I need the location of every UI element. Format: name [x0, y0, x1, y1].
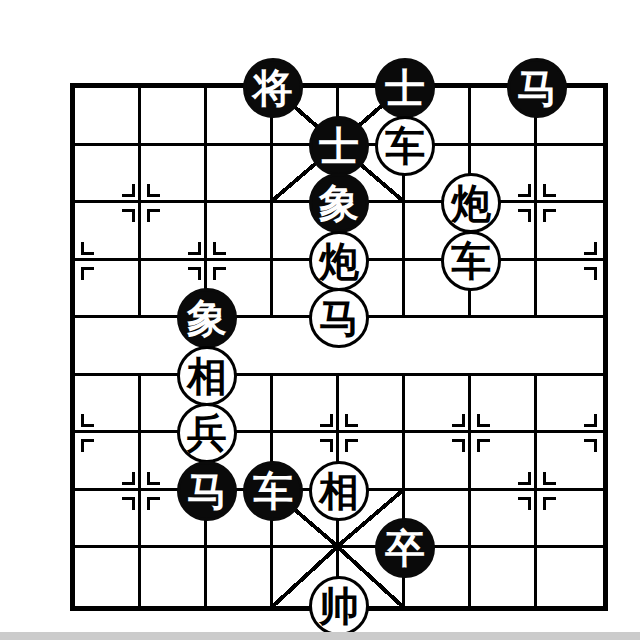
piece-red-elephant[interactable]: 相: [309, 461, 369, 521]
screenshot-root: 将士马士车象炮炮车象马相兵马车相卒帅: [0, 0, 640, 640]
piece-red-cannon[interactable]: 炮: [309, 231, 369, 291]
piece-black-horse[interactable]: 马: [177, 461, 237, 521]
piece-layer: 将士马士车象炮炮车象马相兵马车相卒帅: [75, 88, 603, 606]
piece-black-elephant[interactable]: 象: [177, 288, 237, 348]
page-bottom-strip: [0, 632, 640, 640]
piece-red-chariot[interactable]: 车: [441, 231, 501, 291]
piece-black-horse[interactable]: 马: [507, 58, 567, 118]
piece-red-cannon[interactable]: 炮: [441, 173, 501, 233]
piece-black-general[interactable]: 将: [243, 58, 303, 118]
piece-black-elephant[interactable]: 象: [309, 173, 369, 233]
piece-red-pawn[interactable]: 兵: [177, 403, 237, 463]
piece-black-pawn[interactable]: 卒: [375, 518, 435, 578]
piece-black-chariot[interactable]: 车: [243, 461, 303, 521]
piece-black-advisor[interactable]: 士: [375, 58, 435, 118]
piece-red-general[interactable]: 帅: [309, 576, 369, 636]
piece-black-advisor[interactable]: 士: [309, 116, 369, 176]
piece-red-chariot[interactable]: 车: [375, 116, 435, 176]
xiangqi-board: 将士马士车象炮炮车象马相兵马车相卒帅: [70, 83, 608, 611]
piece-red-elephant[interactable]: 相: [177, 346, 237, 406]
piece-red-horse[interactable]: 马: [309, 288, 369, 348]
